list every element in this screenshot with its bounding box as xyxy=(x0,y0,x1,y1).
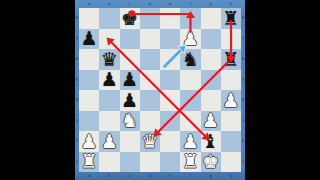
square-h6[interactable]: ♜ xyxy=(221,49,241,70)
rank-label-right-3: 3 xyxy=(241,119,245,123)
square-b7[interactable] xyxy=(99,29,119,50)
piece-white-knight[interactable]: ♞ xyxy=(120,111,140,132)
square-h7[interactable] xyxy=(221,29,241,50)
rank-label-right-1: 1 xyxy=(241,160,245,164)
square-b3[interactable] xyxy=(99,111,119,132)
rank-label-left-1: 1 xyxy=(75,160,79,164)
square-g7[interactable] xyxy=(201,29,221,50)
square-f1[interactable]: ♜ xyxy=(180,152,200,173)
square-g3[interactable]: ♟ xyxy=(201,111,221,132)
piece-black-queen[interactable]: ♛ xyxy=(99,49,119,70)
rank-label-left-5: 5 xyxy=(75,78,79,82)
rank-label-left-2: 2 xyxy=(75,139,79,143)
square-a2[interactable]: ♟ xyxy=(79,131,99,152)
rank-label-right-4: 4 xyxy=(241,98,245,102)
square-e3[interactable] xyxy=(160,111,180,132)
rank-label-left-3: 3 xyxy=(75,119,79,123)
square-c2[interactable] xyxy=(120,131,140,152)
piece-black-rook[interactable]: ♜ xyxy=(221,8,241,29)
square-e8[interactable] xyxy=(160,8,180,29)
square-b5[interactable]: ♟ xyxy=(99,70,119,91)
square-f2[interactable]: ♟ xyxy=(180,131,200,152)
square-c7[interactable] xyxy=(120,29,140,50)
piece-white-king[interactable]: ♚ xyxy=(201,152,221,173)
square-h4[interactable]: ♟ xyxy=(221,90,241,111)
piece-black-bishop[interactable]: ♝ xyxy=(201,131,221,152)
square-h8[interactable]: ♜ xyxy=(221,8,241,29)
piece-black-king[interactable]: ♚ xyxy=(120,8,140,29)
piece-black-pawn[interactable]: ♟ xyxy=(99,70,119,91)
file-label-top-e: e xyxy=(160,2,180,6)
square-d4[interactable] xyxy=(140,90,160,111)
file-label-top-f: f xyxy=(180,2,200,6)
rank-label-right-2: 2 xyxy=(241,139,245,143)
piece-black-knight[interactable]: ♞ xyxy=(180,49,200,70)
file-label-top-a: a xyxy=(79,2,99,6)
square-a5[interactable] xyxy=(79,70,99,91)
piece-black-pawn[interactable]: ♟ xyxy=(79,29,99,50)
square-h5[interactable] xyxy=(221,70,241,91)
square-d2[interactable]: ♛ xyxy=(140,131,160,152)
square-g4[interactable] xyxy=(201,90,221,111)
square-f3[interactable] xyxy=(180,111,200,132)
square-a8[interactable] xyxy=(79,8,99,29)
file-label-bottom-e: e xyxy=(160,174,180,178)
square-b8[interactable] xyxy=(99,8,119,29)
square-h1[interactable] xyxy=(221,152,241,173)
rank-label-left-4: 4 xyxy=(75,98,79,102)
file-label-top-h: h xyxy=(221,2,241,6)
rank-label-right-8: 8 xyxy=(241,16,245,20)
square-a4[interactable] xyxy=(79,90,99,111)
square-g1[interactable]: ♚ xyxy=(201,152,221,173)
file-label-top-c: c xyxy=(120,2,140,6)
file-label-bottom-f: f xyxy=(180,174,200,178)
piece-white-pawn[interactable]: ♟ xyxy=(221,90,241,111)
square-f4[interactable] xyxy=(180,90,200,111)
square-f6[interactable]: ♞ xyxy=(180,49,200,70)
square-a7[interactable]: ♟ xyxy=(79,29,99,50)
square-a6[interactable] xyxy=(79,49,99,70)
piece-white-rook[interactable]: ♜ xyxy=(180,152,200,173)
file-label-top-d: d xyxy=(140,2,160,6)
file-label-bottom-h: h xyxy=(221,174,241,178)
square-c3[interactable]: ♞ xyxy=(120,111,140,132)
square-b4[interactable] xyxy=(99,90,119,111)
piece-white-pawn[interactable]: ♟ xyxy=(180,131,200,152)
letterbox-right xyxy=(245,0,320,180)
square-e6[interactable] xyxy=(160,49,180,70)
file-label-top-g: g xyxy=(201,2,221,6)
board-squares: ♚♜♟♟♛♞♜♟♟♟♟♞♟♟♟♛♟♝♜♜♚ xyxy=(79,8,241,172)
square-d6[interactable] xyxy=(140,49,160,70)
square-e4[interactable] xyxy=(160,90,180,111)
piece-white-rook[interactable]: ♜ xyxy=(79,152,99,173)
square-e1[interactable] xyxy=(160,152,180,173)
square-c5[interactable]: ♟ xyxy=(120,70,140,91)
square-d8[interactable] xyxy=(140,8,160,29)
piece-white-pawn[interactable]: ♟ xyxy=(99,131,119,152)
square-b6[interactable]: ♛ xyxy=(99,49,119,70)
rank-label-left-6: 6 xyxy=(75,57,79,61)
rank-label-right-5: 5 xyxy=(241,78,245,82)
square-h3[interactable] xyxy=(221,111,241,132)
square-c4[interactable]: ♟ xyxy=(120,90,140,111)
rank-label-right-7: 7 xyxy=(241,37,245,41)
piece-white-pawn[interactable]: ♟ xyxy=(180,29,200,50)
square-g6[interactable] xyxy=(201,49,221,70)
square-g2[interactable]: ♝ xyxy=(201,131,221,152)
square-h2[interactable] xyxy=(221,131,241,152)
square-f8[interactable] xyxy=(180,8,200,29)
piece-white-pawn[interactable]: ♟ xyxy=(201,111,221,132)
file-label-bottom-d: d xyxy=(140,174,160,178)
square-g5[interactable] xyxy=(201,70,221,91)
rank-label-right-6: 6 xyxy=(241,57,245,61)
square-f7[interactable]: ♟ xyxy=(180,29,200,50)
rank-label-left-8: 8 xyxy=(75,16,79,20)
chess-board[interactable]: ♚♜♟♟♛♞♜♟♟♟♟♞♟♟♟♛♟♝♜♜♚ aabbccddeeffgghh88… xyxy=(75,0,245,180)
square-f5[interactable] xyxy=(180,70,200,91)
file-label-top-b: b xyxy=(99,2,119,6)
square-d3[interactable] xyxy=(140,111,160,132)
square-d1[interactable] xyxy=(140,152,160,173)
square-d5[interactable] xyxy=(140,70,160,91)
file-label-bottom-a: a xyxy=(79,174,99,178)
square-e5[interactable] xyxy=(160,70,180,91)
thumbnail-stage: ♚♜♟♟♛♞♜♟♟♟♟♞♟♟♟♛♟♝♜♜♚ aabbccddeeffgghh88… xyxy=(0,0,320,180)
square-c1[interactable] xyxy=(120,152,140,173)
square-b1[interactable] xyxy=(99,152,119,173)
square-a1[interactable]: ♜ xyxy=(79,152,99,173)
piece-white-queen[interactable]: ♛ xyxy=(140,131,160,152)
square-g8[interactable] xyxy=(201,8,221,29)
letterbox-left xyxy=(0,0,75,180)
square-e7[interactable] xyxy=(160,29,180,50)
rank-label-left-7: 7 xyxy=(75,37,79,41)
square-d7[interactable] xyxy=(140,29,160,50)
square-a3[interactable] xyxy=(79,111,99,132)
square-c8[interactable]: ♚ xyxy=(120,8,140,29)
file-label-bottom-g: g xyxy=(201,174,221,178)
square-c6[interactable] xyxy=(120,49,140,70)
square-e2[interactable] xyxy=(160,131,180,152)
file-label-bottom-b: b xyxy=(99,174,119,178)
piece-black-pawn[interactable]: ♟ xyxy=(120,90,140,111)
piece-black-rook[interactable]: ♜ xyxy=(221,49,241,70)
file-label-bottom-c: c xyxy=(120,174,140,178)
piece-white-pawn[interactable]: ♟ xyxy=(79,131,99,152)
piece-black-pawn[interactable]: ♟ xyxy=(120,70,140,91)
square-b2[interactable]: ♟ xyxy=(99,131,119,152)
